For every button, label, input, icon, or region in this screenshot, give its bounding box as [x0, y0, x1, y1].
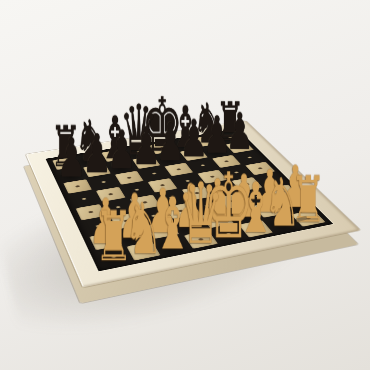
chess-set-photo: ♜♞♝♛♚♝♞♜♟♟♟♟♟♟♟♟♟♟♟♟♟♟♟♟♜♞♝♛♚♝♞♜: [0, 0, 370, 370]
chess-board: ♜♞♝♛♚♝♞♜♟♟♟♟♟♟♟♟♟♟♟♟♟♟♟♟♜♞♝♛♚♝♞♜: [26, 121, 361, 288]
square-h3[interactable]: [264, 183, 301, 200]
board-grid: ♜♞♝♛♚♝♞♜♟♟♟♟♟♟♟♟♟♟♟♟♟♟♟♟♜♞♝♛♚♝♞♜: [50, 131, 327, 268]
board-surface: ♜♞♝♛♚♝♞♜♟♟♟♟♟♟♟♟♟♟♟♟♟♟♟♟♜♞♝♛♚♝♞♜: [46, 129, 334, 271]
square-d2[interactable]: ♟: [171, 215, 208, 235]
board-layer: ♜♞♝♛♚♝♞♜♟♟♟♟♟♟♟♟♟♟♟♟♟♟♟♟♜♞♝♛♚♝♞♜: [0, 0, 370, 370]
square-b6[interactable]: [87, 174, 120, 190]
